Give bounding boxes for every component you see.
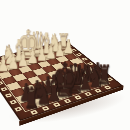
chess-set-photo: ♜♞♝♚♛♝♞♜♟♟♟♟♟♟♟♟♟♟♟♟♟♟♟♟♜♞♝♚♛♝♞♜ — [0, 0, 130, 130]
frame-ornament — [0, 81, 3, 85]
frame-ornament — [4, 93, 12, 98]
frame-ornament — [9, 99, 17, 104]
frame-ornament — [14, 106, 22, 112]
frame-ornament — [0, 87, 8, 92]
piece-black-rook: ♜ — [23, 86, 39, 109]
